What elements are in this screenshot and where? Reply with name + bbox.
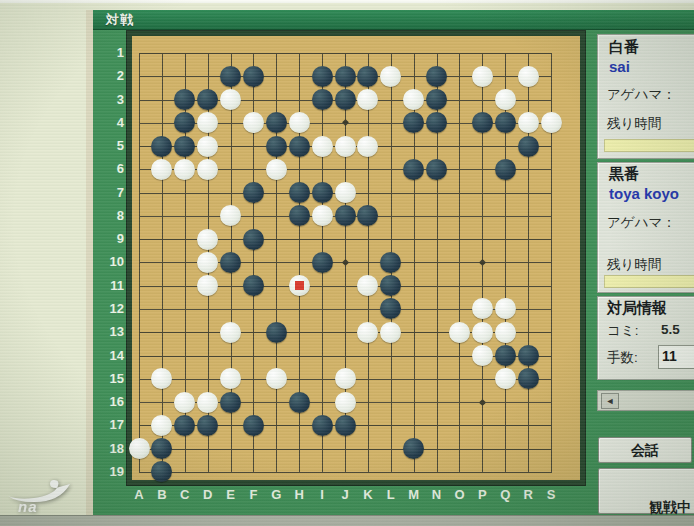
row-label-16: 16 xyxy=(94,394,124,410)
white-stone-H4 xyxy=(289,112,310,133)
row-label-12: 12 xyxy=(94,301,124,317)
white-stone-L2 xyxy=(380,66,401,87)
black-captures-label: アゲハマ： xyxy=(607,214,676,232)
white-stone-R2 xyxy=(518,66,539,87)
screen-glare-edge xyxy=(0,0,694,3)
col-label-N: N xyxy=(427,487,447,502)
row-label-3: 3 xyxy=(94,92,124,108)
white-stone-I5 xyxy=(312,136,333,157)
col-label-P: P xyxy=(472,487,492,502)
row-label-9: 9 xyxy=(94,231,124,247)
black-stone-C5 xyxy=(174,136,195,157)
black-player-box: 黒番 toya koyo アゲハマ： 残り時間 xyxy=(597,162,694,293)
black-stone-C17 xyxy=(174,415,195,436)
komi-label: コミ: xyxy=(607,322,638,340)
black-stone-G13 xyxy=(266,322,287,343)
black-stone-I17 xyxy=(312,415,333,436)
row-label-15: 15 xyxy=(94,371,124,387)
black-stone-F17 xyxy=(243,415,264,436)
moves-value: 11 xyxy=(658,345,694,369)
bottom-bar xyxy=(0,515,694,526)
game-info-title: 対局情報 xyxy=(607,299,667,318)
white-stone-J16 xyxy=(335,392,356,413)
white-stone-C6 xyxy=(174,159,195,180)
col-label-B: B xyxy=(152,487,172,502)
row-label-7: 7 xyxy=(94,185,124,201)
black-player-title: 黒番 xyxy=(609,165,639,184)
black-stone-R5 xyxy=(518,136,539,157)
komi-value: 5.5 xyxy=(661,322,680,337)
white-stone-O13 xyxy=(449,322,470,343)
col-label-L: L xyxy=(381,487,401,502)
col-label-R: R xyxy=(518,487,538,502)
last-move-marker xyxy=(295,281,304,290)
black-stone-B5 xyxy=(151,136,172,157)
col-label-M: M xyxy=(404,487,424,502)
white-time-field xyxy=(604,139,694,152)
black-stone-H16 xyxy=(289,392,310,413)
white-stone-D6 xyxy=(197,159,218,180)
white-stone-I8 xyxy=(312,205,333,226)
col-label-Q: Q xyxy=(495,487,515,502)
scroll-left-arrow[interactable]: ◄ xyxy=(601,393,619,409)
white-stone-E13 xyxy=(220,322,241,343)
white-stone-L13 xyxy=(380,322,401,343)
black-stone-H8 xyxy=(289,205,310,226)
white-stone-Q13 xyxy=(495,322,516,343)
col-label-S: S xyxy=(541,487,561,502)
col-label-F: F xyxy=(243,487,263,502)
black-stone-I10 xyxy=(312,252,333,273)
black-stone-D17 xyxy=(197,415,218,436)
white-stone-J5 xyxy=(335,136,356,157)
black-stone-I7 xyxy=(312,182,333,203)
row-label-11: 11 xyxy=(94,278,124,294)
black-stone-N6 xyxy=(426,159,447,180)
game-info-box: 対局情報 コミ: 5.5 手数: 11 xyxy=(597,296,694,380)
col-label-E: E xyxy=(221,487,241,502)
black-stone-P4 xyxy=(472,112,493,133)
black-stone-R15 xyxy=(518,368,539,389)
white-stone-P2 xyxy=(472,66,493,87)
col-label-H: H xyxy=(289,487,309,502)
black-stone-F11 xyxy=(243,275,264,296)
row-label-6: 6 xyxy=(94,161,124,177)
white-stone-A18 xyxy=(129,438,150,459)
black-stone-F7 xyxy=(243,182,264,203)
row-label-1: 1 xyxy=(94,45,124,61)
watermark-text: na xyxy=(18,498,38,515)
white-player-box: 白番 sai アゲハマ： 残り時間 xyxy=(597,34,694,159)
panel-scrollbar-track[interactable]: ◄ xyxy=(597,390,694,411)
black-stone-H5 xyxy=(289,136,310,157)
row-label-17: 17 xyxy=(94,417,124,433)
black-stone-F2 xyxy=(243,66,264,87)
white-stone-D10 xyxy=(197,252,218,273)
white-stone-D5 xyxy=(197,136,218,157)
row-label-18: 18 xyxy=(94,441,124,457)
col-label-D: D xyxy=(198,487,218,502)
row-label-4: 4 xyxy=(94,115,124,131)
white-stone-E3 xyxy=(220,89,241,110)
white-stone-G6 xyxy=(266,159,287,180)
black-stone-J8 xyxy=(335,205,356,226)
white-player-name: sai xyxy=(609,58,630,75)
white-stone-Q3 xyxy=(495,89,516,110)
black-stone-N3 xyxy=(426,89,447,110)
black-stone-J17 xyxy=(335,415,356,436)
white-stone-S4 xyxy=(541,112,562,133)
white-stone-P14 xyxy=(472,345,493,366)
black-stone-I3 xyxy=(312,89,333,110)
window-title-bar: 対戦 xyxy=(93,10,694,30)
col-label-J: J xyxy=(335,487,355,502)
white-stone-R4 xyxy=(518,112,539,133)
black-stone-G5 xyxy=(266,136,287,157)
white-stone-D16 xyxy=(197,392,218,413)
chat-button[interactable]: 会話 xyxy=(598,437,692,463)
black-stone-Q14 xyxy=(495,345,516,366)
row-label-2: 2 xyxy=(94,68,124,84)
row-label-10: 10 xyxy=(94,254,124,270)
black-stone-I2 xyxy=(312,66,333,87)
window-title: 対戦 xyxy=(93,12,134,27)
white-time-label: 残り時間 xyxy=(607,115,661,133)
swan-logo-icon xyxy=(4,474,74,504)
white-captures-label: アゲハマ： xyxy=(607,86,676,104)
black-stone-J2 xyxy=(335,66,356,87)
col-label-O: O xyxy=(449,487,469,502)
black-stone-J3 xyxy=(335,89,356,110)
row-label-14: 14 xyxy=(94,348,124,364)
white-stone-K13 xyxy=(357,322,378,343)
white-player-title: 白番 xyxy=(609,38,639,57)
black-player-name: toya koyo xyxy=(609,185,679,202)
black-stone-E2 xyxy=(220,66,241,87)
black-stone-N2 xyxy=(426,66,447,87)
black-stone-E10 xyxy=(220,252,241,273)
moves-label: 手数: xyxy=(607,349,638,367)
white-stone-P13 xyxy=(472,322,493,343)
black-stone-F9 xyxy=(243,229,264,250)
col-label-I: I xyxy=(312,487,332,502)
row-label-19: 19 xyxy=(94,464,124,480)
screenshot-root: 対戦 12345678910111213141516171819 ABCDEFG… xyxy=(0,0,694,526)
black-stone-M6 xyxy=(403,159,424,180)
white-stone-H11 xyxy=(289,275,310,296)
col-label-A: A xyxy=(129,487,149,502)
black-stone-G4 xyxy=(266,112,287,133)
row-label-8: 8 xyxy=(94,208,124,224)
white-stone-J15 xyxy=(335,368,356,389)
white-stone-D9 xyxy=(197,229,218,250)
black-stone-Q6 xyxy=(495,159,516,180)
white-stone-Q15 xyxy=(495,368,516,389)
black-stone-R14 xyxy=(518,345,539,366)
black-time-label: 残り時間 xyxy=(607,256,661,274)
row-label-13: 13 xyxy=(94,324,124,340)
col-label-K: K xyxy=(358,487,378,502)
spectate-button[interactable]: 観戦中 xyxy=(598,468,694,514)
row-label-5: 5 xyxy=(94,138,124,154)
black-time-field xyxy=(604,275,694,288)
black-stone-Q4 xyxy=(495,112,516,133)
white-stone-K5 xyxy=(357,136,378,157)
black-stone-H7 xyxy=(289,182,310,203)
col-label-G: G xyxy=(266,487,286,502)
col-label-C: C xyxy=(175,487,195,502)
white-stone-C16 xyxy=(174,392,195,413)
white-stone-J7 xyxy=(335,182,356,203)
white-stone-G15 xyxy=(266,368,287,389)
window-left-border xyxy=(86,10,93,515)
black-stone-E16 xyxy=(220,392,241,413)
tv-watermark: na xyxy=(4,474,90,520)
